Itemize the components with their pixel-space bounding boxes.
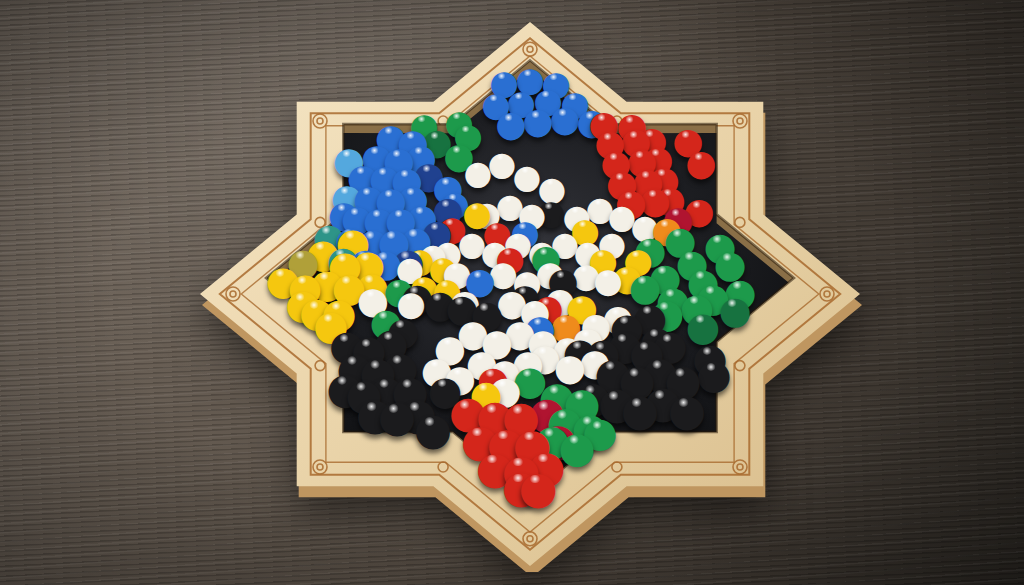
marble-black[interactable]: ●: [382, 401, 413, 432]
marble-white[interactable]: ●: [516, 165, 539, 188]
scene: ●●●●●●●●●●●●●●●●●●●●●●●●●●●●●●●●●●●●●●●●…: [0, 0, 1024, 585]
marble-blue[interactable]: ●: [499, 112, 524, 137]
marble-white[interactable]: ●: [596, 268, 620, 292]
marble-red[interactable]: ●: [522, 471, 554, 503]
marble-black[interactable]: ●: [625, 395, 656, 426]
marble-white[interactable]: ●: [491, 152, 514, 175]
marble-red[interactable]: ●: [689, 151, 714, 176]
marble-white[interactable]: ●: [467, 161, 490, 184]
marble-layer: ●●●●●●●●●●●●●●●●●●●●●●●●●●●●●●●●●●●●●●●●…: [0, 0, 1024, 585]
marble-black[interactable]: ●: [418, 414, 449, 445]
marble-green[interactable]: ●: [562, 432, 592, 462]
marble-blue[interactable]: ●: [553, 107, 578, 132]
marble-black[interactable]: ●: [672, 395, 703, 426]
marble-forest[interactable]: ●: [722, 297, 749, 324]
marble-blue[interactable]: ●: [526, 109, 551, 134]
